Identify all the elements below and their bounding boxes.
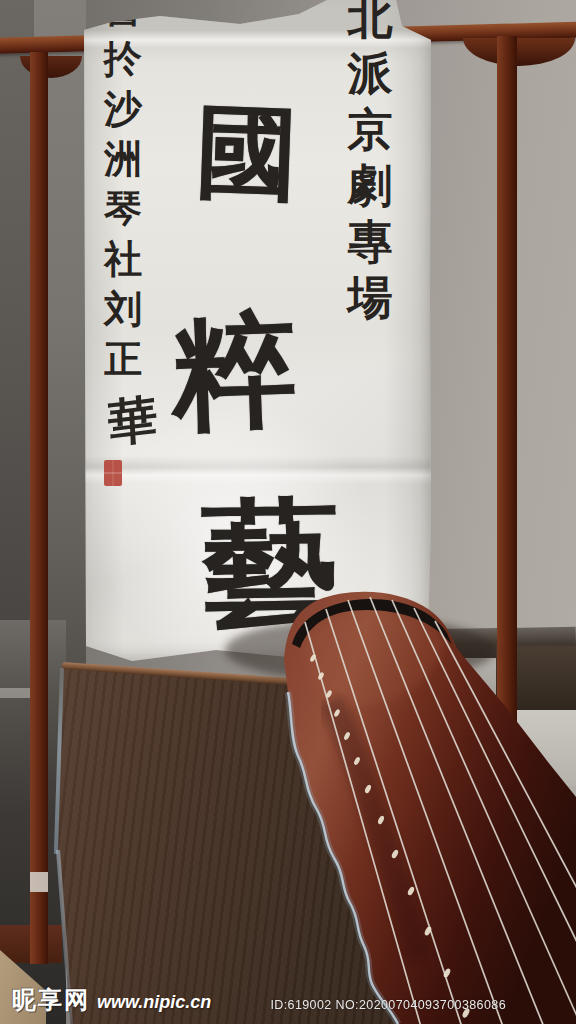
watermark-logo: 昵享网 www.nipic.cn — [12, 984, 211, 1016]
watermark-site-name: 昵享网 — [12, 984, 90, 1016]
photo-stage: 北 派 京 劇 專 場 書 扵 沙 洲 琴 社 刘 正 國 粹 藝 華 — [0, 0, 576, 1024]
watermark-image-id: ID:619002 NO:20200704093700386086 — [270, 998, 506, 1012]
watermark-site-url: www.nipic.cn — [97, 992, 211, 1013]
guqin — [0, 0, 576, 1024]
